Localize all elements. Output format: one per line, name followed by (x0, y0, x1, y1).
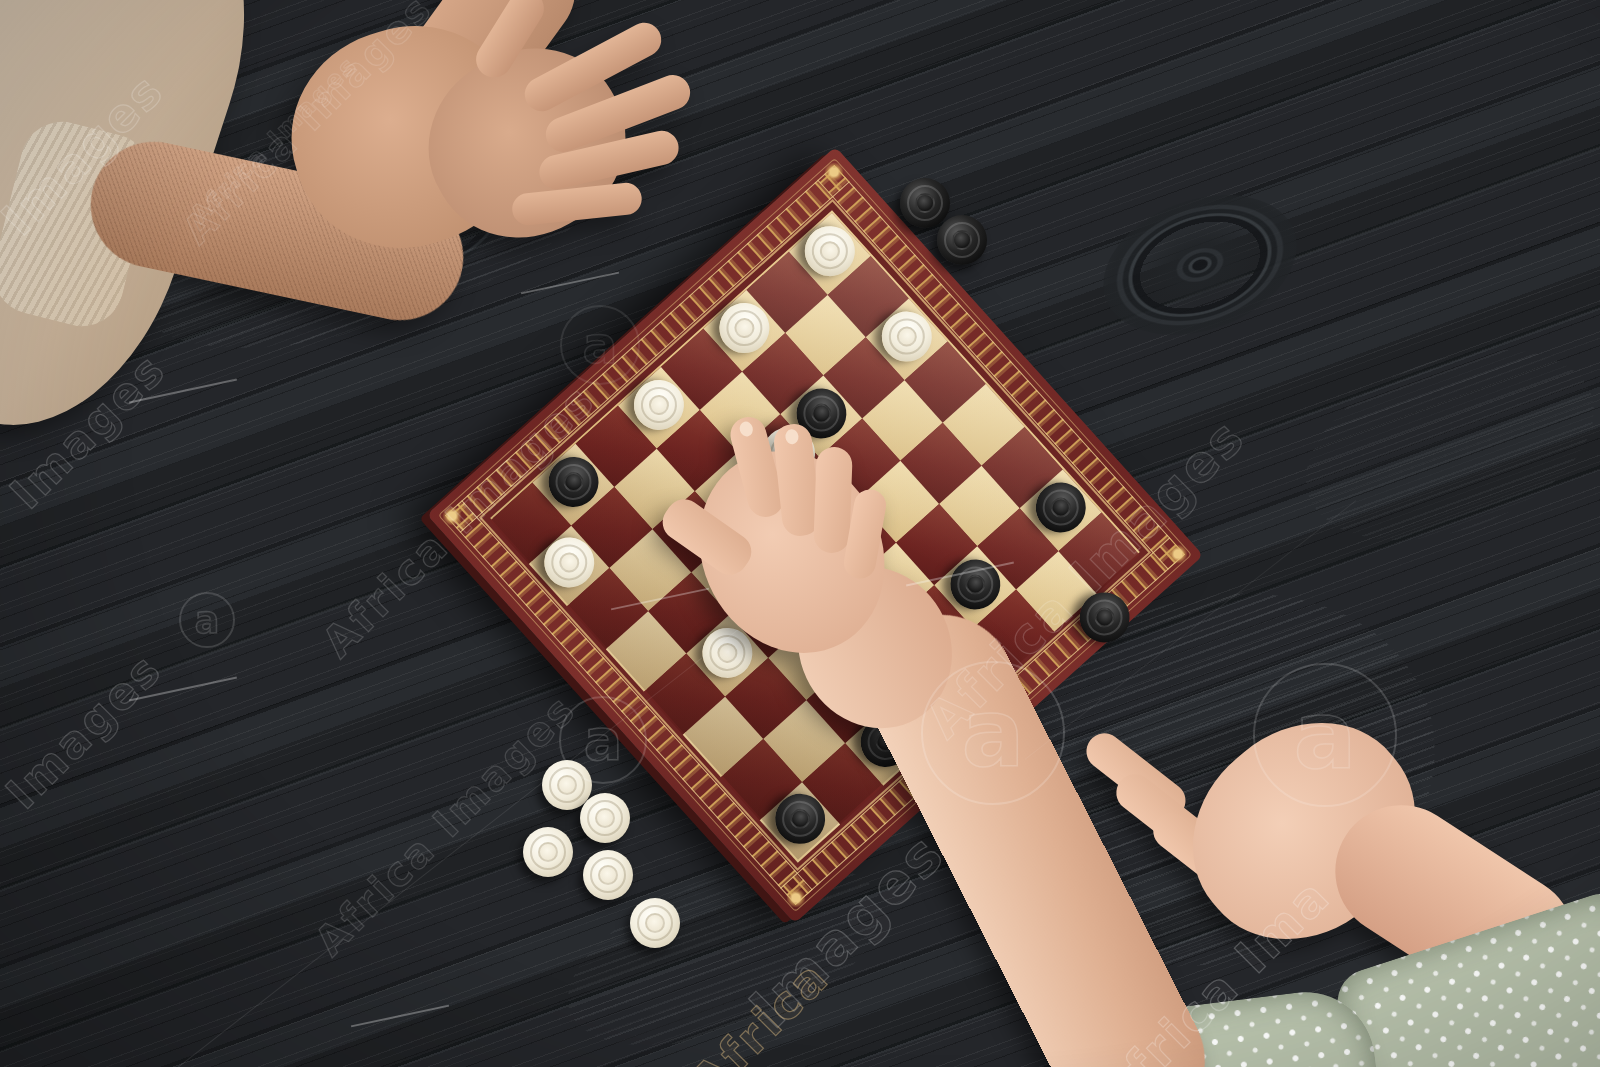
white-captured-checker-on-table (580, 793, 630, 843)
white-captured-checker-on-table (523, 827, 573, 877)
fingernail (785, 429, 799, 445)
black-captured-checker-on-table (900, 178, 950, 228)
white-captured-checker-on-table (583, 850, 633, 900)
photo-stage: ImagesAfrica ImagesImagesAfrica ImagesIm… (0, 0, 1600, 1067)
child-ring-finger (813, 446, 853, 553)
fingernail (738, 420, 754, 438)
black-captured-checker-on-table (937, 215, 987, 265)
white-captured-checker-on-table (630, 898, 680, 948)
